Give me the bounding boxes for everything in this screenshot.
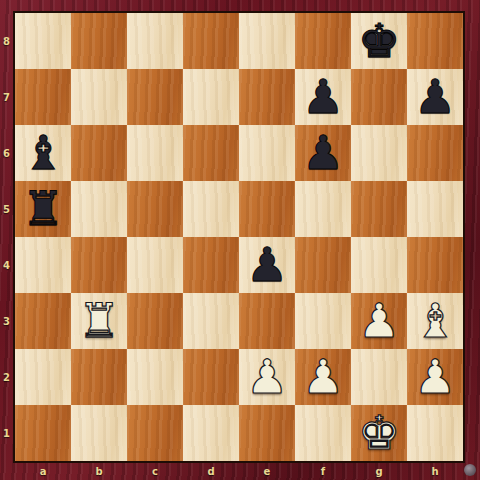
- square-a6[interactable]: ♝: [15, 125, 71, 181]
- square-e3[interactable]: [239, 293, 295, 349]
- square-g1[interactable]: ♚: [351, 405, 407, 461]
- square-f6[interactable]: ♟: [295, 125, 351, 181]
- square-c6[interactable]: [127, 125, 183, 181]
- square-a5[interactable]: ♜: [15, 181, 71, 237]
- square-e8[interactable]: [239, 13, 295, 69]
- file-label-b: b: [71, 463, 127, 480]
- square-e6[interactable]: [239, 125, 295, 181]
- square-g2[interactable]: [351, 349, 407, 405]
- square-d3[interactable]: [183, 293, 239, 349]
- white-pawn[interactable]: ♟: [358, 297, 400, 344]
- square-g8[interactable]: ♚: [351, 13, 407, 69]
- square-f5[interactable]: [295, 181, 351, 237]
- square-a7[interactable]: [15, 69, 71, 125]
- square-c1[interactable]: [127, 405, 183, 461]
- square-d7[interactable]: [183, 69, 239, 125]
- rank-label-2: 2: [0, 349, 13, 405]
- white-pawn[interactable]: ♟: [302, 353, 344, 400]
- square-a8[interactable]: [15, 13, 71, 69]
- square-f1[interactable]: [295, 405, 351, 461]
- square-g7[interactable]: [351, 69, 407, 125]
- square-d5[interactable]: [183, 181, 239, 237]
- file-label-g: g: [351, 463, 407, 480]
- rank-coordinates: 87654321: [0, 13, 13, 461]
- file-coordinates: abcdefgh: [15, 463, 463, 480]
- square-e2[interactable]: ♟: [239, 349, 295, 405]
- white-king[interactable]: ♚: [358, 409, 400, 456]
- rank-label-1: 1: [0, 405, 13, 461]
- square-h5[interactable]: [407, 181, 463, 237]
- rank-label-3: 3: [0, 293, 13, 349]
- square-h6[interactable]: [407, 125, 463, 181]
- white-rook[interactable]: ♜: [78, 297, 120, 344]
- square-g4[interactable]: [351, 237, 407, 293]
- square-b1[interactable]: [71, 405, 127, 461]
- square-d4[interactable]: [183, 237, 239, 293]
- square-c7[interactable]: [127, 69, 183, 125]
- rank-label-7: 7: [0, 69, 13, 125]
- chess-board: ♚♟♟♝♟♜♟♜♟♝♟♟♟♚: [13, 11, 465, 463]
- square-a2[interactable]: [15, 349, 71, 405]
- square-c3[interactable]: [127, 293, 183, 349]
- square-d6[interactable]: [183, 125, 239, 181]
- black-pawn[interactable]: ♟: [302, 73, 344, 120]
- square-h4[interactable]: [407, 237, 463, 293]
- square-h7[interactable]: ♟: [407, 69, 463, 125]
- black-pawn[interactable]: ♟: [302, 129, 344, 176]
- corner-logo-icon: [464, 464, 476, 476]
- square-h8[interactable]: [407, 13, 463, 69]
- square-h3[interactable]: ♝: [407, 293, 463, 349]
- square-h1[interactable]: [407, 405, 463, 461]
- square-e4[interactable]: ♟: [239, 237, 295, 293]
- black-bishop[interactable]: ♝: [22, 129, 64, 176]
- square-e1[interactable]: [239, 405, 295, 461]
- square-c2[interactable]: [127, 349, 183, 405]
- square-d1[interactable]: [183, 405, 239, 461]
- rank-label-4: 4: [0, 237, 13, 293]
- square-b3[interactable]: ♜: [71, 293, 127, 349]
- square-b2[interactable]: [71, 349, 127, 405]
- square-h2[interactable]: ♟: [407, 349, 463, 405]
- square-b8[interactable]: [71, 13, 127, 69]
- black-king[interactable]: ♚: [358, 17, 400, 64]
- square-a4[interactable]: [15, 237, 71, 293]
- white-pawn[interactable]: ♟: [246, 353, 288, 400]
- square-a3[interactable]: [15, 293, 71, 349]
- file-label-h: h: [407, 463, 463, 480]
- square-f2[interactable]: ♟: [295, 349, 351, 405]
- square-a1[interactable]: [15, 405, 71, 461]
- square-f7[interactable]: ♟: [295, 69, 351, 125]
- black-pawn[interactable]: ♟: [246, 241, 288, 288]
- white-pawn[interactable]: ♟: [414, 353, 456, 400]
- rank-label-8: 8: [0, 13, 13, 69]
- square-e7[interactable]: [239, 69, 295, 125]
- white-bishop[interactable]: ♝: [414, 297, 456, 344]
- square-b7[interactable]: [71, 69, 127, 125]
- square-f4[interactable]: [295, 237, 351, 293]
- square-d2[interactable]: [183, 349, 239, 405]
- square-c4[interactable]: [127, 237, 183, 293]
- file-label-f: f: [295, 463, 351, 480]
- square-b4[interactable]: [71, 237, 127, 293]
- square-g5[interactable]: [351, 181, 407, 237]
- black-rook[interactable]: ♜: [22, 185, 64, 232]
- rank-label-5: 5: [0, 181, 13, 237]
- square-c5[interactable]: [127, 181, 183, 237]
- file-label-e: e: [239, 463, 295, 480]
- file-label-a: a: [15, 463, 71, 480]
- square-b5[interactable]: [71, 181, 127, 237]
- file-label-c: c: [127, 463, 183, 480]
- square-g3[interactable]: ♟: [351, 293, 407, 349]
- square-f8[interactable]: [295, 13, 351, 69]
- square-d8[interactable]: [183, 13, 239, 69]
- square-b6[interactable]: [71, 125, 127, 181]
- black-pawn[interactable]: ♟: [414, 73, 456, 120]
- square-f3[interactable]: [295, 293, 351, 349]
- chess-board-window: ♚♟♟♝♟♜♟♜♟♝♟♟♟♚ 87654321 abcdefgh: [0, 0, 480, 480]
- rank-label-6: 6: [0, 125, 13, 181]
- square-c8[interactable]: [127, 13, 183, 69]
- file-label-d: d: [183, 463, 239, 480]
- square-g6[interactable]: [351, 125, 407, 181]
- square-e5[interactable]: [239, 181, 295, 237]
